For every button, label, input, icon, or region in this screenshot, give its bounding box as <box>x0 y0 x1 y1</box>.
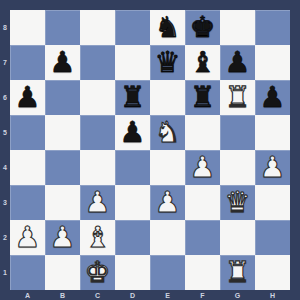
square-e6[interactable] <box>150 80 185 115</box>
square-e5[interactable]: ♞ <box>150 115 185 150</box>
rank-label-6: 6 <box>0 80 10 115</box>
piece-black-knight[interactable]: ♞ <box>150 10 185 45</box>
square-d5[interactable]: ♟ <box>115 115 150 150</box>
rank-label-1: 1 <box>0 255 10 290</box>
square-e7[interactable]: ♛ <box>150 45 185 80</box>
piece-black-pawn[interactable]: ♟ <box>45 45 80 80</box>
piece-white-queen[interactable]: ♛ <box>220 185 255 220</box>
square-b7[interactable]: ♟ <box>45 45 80 80</box>
square-a1[interactable] <box>10 255 45 290</box>
piece-white-king[interactable]: ♚ <box>80 255 115 290</box>
square-g4[interactable] <box>220 150 255 185</box>
chess-board-frame: 87654321 ♞♚♟♛♝♟♟♜♜♜♟♟♞♟♟♟♟♛♟♟♝♚♜ ABCDEFG… <box>0 0 300 300</box>
piece-black-pawn[interactable]: ♟ <box>115 115 150 150</box>
square-c6[interactable] <box>80 80 115 115</box>
square-e4[interactable] <box>150 150 185 185</box>
square-d3[interactable] <box>115 185 150 220</box>
file-label-h: H <box>255 290 290 300</box>
square-f5[interactable] <box>185 115 220 150</box>
file-label-e: E <box>150 290 185 300</box>
square-d1[interactable] <box>115 255 150 290</box>
square-c8[interactable] <box>80 10 115 45</box>
square-g8[interactable] <box>220 10 255 45</box>
square-g7[interactable]: ♟ <box>220 45 255 80</box>
piece-white-bishop[interactable]: ♝ <box>80 220 115 255</box>
square-f3[interactable] <box>185 185 220 220</box>
rank-label-5: 5 <box>0 115 10 150</box>
square-c2[interactable]: ♝ <box>80 220 115 255</box>
square-g2[interactable] <box>220 220 255 255</box>
square-f4[interactable]: ♟ <box>185 150 220 185</box>
rank-label-2: 2 <box>0 220 10 255</box>
square-a7[interactable] <box>10 45 45 80</box>
square-f2[interactable] <box>185 220 220 255</box>
square-g5[interactable] <box>220 115 255 150</box>
rank-labels: 87654321 <box>0 10 10 290</box>
square-f1[interactable] <box>185 255 220 290</box>
rank-label-4: 4 <box>0 150 10 185</box>
square-b1[interactable] <box>45 255 80 290</box>
square-a8[interactable] <box>10 10 45 45</box>
file-labels: ABCDEFGH <box>10 290 290 300</box>
rank-label-7: 7 <box>0 45 10 80</box>
piece-white-pawn[interactable]: ♟ <box>80 185 115 220</box>
square-e8[interactable]: ♞ <box>150 10 185 45</box>
file-label-f: F <box>185 290 220 300</box>
piece-white-pawn[interactable]: ♟ <box>150 185 185 220</box>
square-e2[interactable] <box>150 220 185 255</box>
square-a2[interactable]: ♟ <box>10 220 45 255</box>
piece-white-rook[interactable]: ♜ <box>220 80 255 115</box>
file-label-b: B <box>45 290 80 300</box>
square-b6[interactable] <box>45 80 80 115</box>
square-g1[interactable]: ♜ <box>220 255 255 290</box>
square-b8[interactable] <box>45 10 80 45</box>
square-a6[interactable]: ♟ <box>10 80 45 115</box>
square-h3[interactable] <box>255 185 290 220</box>
square-g3[interactable]: ♛ <box>220 185 255 220</box>
file-label-c: C <box>80 290 115 300</box>
file-label-g: G <box>220 290 255 300</box>
square-c7[interactable] <box>80 45 115 80</box>
square-b4[interactable] <box>45 150 80 185</box>
square-h1[interactable] <box>255 255 290 290</box>
square-c5[interactable] <box>80 115 115 150</box>
piece-black-rook[interactable]: ♜ <box>185 80 220 115</box>
file-label-a: A <box>10 290 45 300</box>
piece-black-king[interactable]: ♚ <box>185 10 220 45</box>
piece-black-pawn[interactable]: ♟ <box>255 80 290 115</box>
square-f8[interactable]: ♚ <box>185 10 220 45</box>
piece-white-pawn[interactable]: ♟ <box>255 150 290 185</box>
square-h8[interactable] <box>255 10 290 45</box>
piece-black-queen[interactable]: ♛ <box>150 45 185 80</box>
piece-black-pawn[interactable]: ♟ <box>220 45 255 80</box>
square-c3[interactable]: ♟ <box>80 185 115 220</box>
square-b5[interactable] <box>45 115 80 150</box>
square-a3[interactable] <box>10 185 45 220</box>
square-c4[interactable] <box>80 150 115 185</box>
piece-white-pawn[interactable]: ♟ <box>10 220 45 255</box>
square-e3[interactable]: ♟ <box>150 185 185 220</box>
square-d7[interactable] <box>115 45 150 80</box>
piece-white-rook[interactable]: ♜ <box>220 255 255 290</box>
piece-white-pawn[interactable]: ♟ <box>185 150 220 185</box>
square-h2[interactable] <box>255 220 290 255</box>
square-b3[interactable] <box>45 185 80 220</box>
square-h4[interactable]: ♟ <box>255 150 290 185</box>
square-b2[interactable]: ♟ <box>45 220 80 255</box>
square-f6[interactable]: ♜ <box>185 80 220 115</box>
square-f7[interactable]: ♝ <box>185 45 220 80</box>
square-d2[interactable] <box>115 220 150 255</box>
square-h6[interactable]: ♟ <box>255 80 290 115</box>
square-g6[interactable]: ♜ <box>220 80 255 115</box>
square-h5[interactable] <box>255 115 290 150</box>
piece-white-knight[interactable]: ♞ <box>150 115 185 150</box>
square-e1[interactable] <box>150 255 185 290</box>
square-c1[interactable]: ♚ <box>80 255 115 290</box>
square-d4[interactable] <box>115 150 150 185</box>
piece-black-pawn[interactable]: ♟ <box>10 80 45 115</box>
piece-black-bishop[interactable]: ♝ <box>185 45 220 80</box>
square-d6[interactable]: ♜ <box>115 80 150 115</box>
piece-white-pawn[interactable]: ♟ <box>45 220 80 255</box>
chess-board: ♞♚♟♛♝♟♟♜♜♜♟♟♞♟♟♟♟♛♟♟♝♚♜ <box>10 10 290 290</box>
square-a4[interactable] <box>10 150 45 185</box>
rank-label-3: 3 <box>0 185 10 220</box>
rank-label-8: 8 <box>0 10 10 45</box>
square-d8[interactable] <box>115 10 150 45</box>
square-h7[interactable] <box>255 45 290 80</box>
piece-black-rook[interactable]: ♜ <box>115 80 150 115</box>
file-label-d: D <box>115 290 150 300</box>
square-a5[interactable] <box>10 115 45 150</box>
